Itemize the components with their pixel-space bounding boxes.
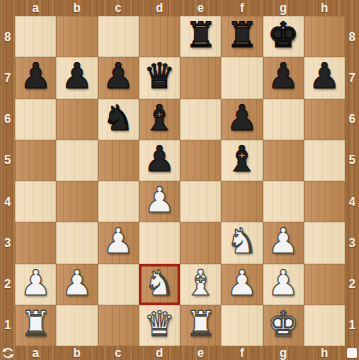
- file-labels-bottom: abcdefgh: [15, 346, 345, 360]
- square-a7[interactable]: ♟: [15, 57, 56, 98]
- square-b8[interactable]: [56, 16, 97, 57]
- square-d5[interactable]: ♟: [139, 140, 180, 181]
- file-label-bottom-c: c: [98, 346, 139, 360]
- white-pawn[interactable]: ♟: [221, 263, 262, 304]
- square-g8[interactable]: ♚: [263, 16, 304, 57]
- square-g5[interactable]: [263, 140, 304, 181]
- black-bishop[interactable]: ♝: [139, 98, 180, 139]
- square-c3[interactable]: ♟: [98, 222, 139, 263]
- rank-label-right-1: 1: [345, 305, 359, 346]
- square-d3[interactable]: [139, 222, 180, 263]
- square-b1[interactable]: [56, 305, 97, 346]
- white-pawn[interactable]: ♟: [263, 263, 304, 304]
- square-b7[interactable]: ♟: [56, 57, 97, 98]
- rank-label-right-3: 3: [345, 222, 359, 263]
- square-a8[interactable]: [15, 16, 56, 57]
- square-e7[interactable]: [180, 57, 221, 98]
- rank-labels-left: 87654321: [0, 16, 15, 346]
- square-a3[interactable]: [15, 222, 56, 263]
- white-pawn[interactable]: ♟: [56, 263, 97, 304]
- white-knight[interactable]: ♞: [139, 263, 180, 304]
- square-f4[interactable]: [221, 181, 262, 222]
- white-rook[interactable]: ♜: [180, 304, 221, 345]
- square-f7[interactable]: [221, 57, 262, 98]
- square-h3[interactable]: [304, 222, 345, 263]
- square-a4[interactable]: [15, 181, 56, 222]
- black-pawn[interactable]: ♟: [263, 56, 304, 97]
- file-label-top-a: a: [15, 1, 56, 15]
- square-g2[interactable]: ♟: [263, 264, 304, 305]
- file-label-bottom-b: b: [56, 346, 97, 360]
- file-label-bottom-d: d: [139, 346, 180, 360]
- file-label-bottom-g: g: [263, 346, 304, 360]
- black-pawn[interactable]: ♟: [56, 56, 97, 97]
- square-a1[interactable]: ♜: [15, 305, 56, 346]
- rank-labels-right: 87654321: [345, 16, 359, 346]
- square-f3[interactable]: ♞: [221, 222, 262, 263]
- square-d7[interactable]: ♛: [139, 57, 180, 98]
- square-e4[interactable]: [180, 181, 221, 222]
- square-c5[interactable]: [98, 140, 139, 181]
- square-d1[interactable]: ♛: [139, 305, 180, 346]
- file-label-top-h: h: [304, 1, 345, 15]
- square-f1[interactable]: [221, 305, 262, 346]
- white-king[interactable]: ♚: [263, 304, 304, 345]
- square-f5[interactable]: ♝: [221, 140, 262, 181]
- rank-label-left-7: 7: [0, 57, 15, 98]
- square-a2[interactable]: ♟: [15, 264, 56, 305]
- rank-label-right-6: 6: [345, 99, 359, 140]
- square-g4[interactable]: [263, 181, 304, 222]
- square-h8[interactable]: [304, 16, 345, 57]
- white-knight[interactable]: ♞: [221, 221, 262, 262]
- black-king[interactable]: ♚: [263, 15, 304, 56]
- square-e8[interactable]: ♜: [180, 16, 221, 57]
- square-g6[interactable]: [263, 99, 304, 140]
- white-rook[interactable]: ♜: [15, 304, 56, 345]
- square-h2[interactable]: [304, 264, 345, 305]
- rank-label-right-5: 5: [345, 140, 359, 181]
- black-pawn[interactable]: ♟: [304, 56, 345, 97]
- square-d8[interactable]: [139, 16, 180, 57]
- white-bishop[interactable]: ♝: [180, 263, 221, 304]
- square-c7[interactable]: ♟: [98, 57, 139, 98]
- rank-label-left-2: 2: [0, 264, 15, 305]
- rank-label-left-5: 5: [0, 140, 15, 181]
- square-f8[interactable]: ♜: [221, 16, 262, 57]
- square-d4[interactable]: ♟: [139, 181, 180, 222]
- square-g7[interactable]: ♟: [263, 57, 304, 98]
- square-e6[interactable]: [180, 99, 221, 140]
- square-c8[interactable]: [98, 16, 139, 57]
- rank-label-right-2: 2: [345, 264, 359, 305]
- file-label-top-b: b: [56, 1, 97, 15]
- square-e5[interactable]: [180, 140, 221, 181]
- square-e2[interactable]: ♝: [180, 264, 221, 305]
- white-square-icon[interactable]: [345, 346, 359, 360]
- file-label-bottom-a: a: [15, 346, 56, 360]
- file-labels-top: abcdefgh: [15, 0, 345, 16]
- square-h4[interactable]: [304, 181, 345, 222]
- square-d6[interactable]: ♝: [139, 99, 180, 140]
- rank-label-left-8: 8: [0, 16, 15, 57]
- square-a5[interactable]: [15, 140, 56, 181]
- chess-board: ♜♜♚♟♟♟♛♟♟♞♝♟♟♝♟♟♞♟♟♟♞♝♟♟♜♛♜♚: [15, 16, 345, 346]
- square-f6[interactable]: ♟: [221, 99, 262, 140]
- white-pawn[interactable]: ♟: [139, 180, 180, 221]
- square-b2[interactable]: ♟: [56, 264, 97, 305]
- black-knight[interactable]: ♞: [98, 98, 139, 139]
- square-h7[interactable]: ♟: [304, 57, 345, 98]
- rank-label-right-8: 8: [345, 16, 359, 57]
- rank-label-right-7: 7: [345, 57, 359, 98]
- rank-label-right-4: 4: [345, 181, 359, 222]
- square-h6[interactable]: [304, 99, 345, 140]
- rank-label-left-4: 4: [0, 181, 15, 222]
- black-pawn[interactable]: ♟: [139, 139, 180, 180]
- black-pawn[interactable]: ♟: [98, 56, 139, 97]
- square-g1[interactable]: ♚: [263, 305, 304, 346]
- square-d2[interactable]: ♞: [139, 264, 180, 305]
- black-queen[interactable]: ♛: [139, 56, 180, 97]
- black-bishop[interactable]: ♝: [221, 139, 262, 180]
- square-c2[interactable]: [98, 264, 139, 305]
- rank-label-left-1: 1: [0, 305, 15, 346]
- square-b3[interactable]: [56, 222, 97, 263]
- black-rook[interactable]: ♜: [180, 15, 221, 56]
- white-square-icon-shape: [347, 348, 357, 358]
- file-label-bottom-f: f: [221, 346, 262, 360]
- flip-board-icon[interactable]: [0, 346, 15, 360]
- square-c1[interactable]: [98, 305, 139, 346]
- file-label-bottom-h: h: [304, 346, 345, 360]
- square-a6[interactable]: [15, 99, 56, 140]
- file-label-bottom-e: e: [180, 346, 221, 360]
- file-label-top-g: g: [263, 1, 304, 15]
- square-b6[interactable]: [56, 99, 97, 140]
- white-pawn[interactable]: ♟: [15, 263, 56, 304]
- file-label-top-e: e: [180, 1, 221, 15]
- file-label-top-f: f: [221, 1, 262, 15]
- rank-label-left-6: 6: [0, 99, 15, 140]
- file-label-top-c: c: [98, 1, 139, 15]
- white-pawn[interactable]: ♟: [98, 221, 139, 262]
- chess-board-app: abcdefgh 87654321 ♜♜♚♟♟♟♛♟♟♞♝♟♟♝♟♟♞♟♟♟♞♝…: [0, 0, 359, 360]
- square-b5[interactable]: [56, 140, 97, 181]
- square-e3[interactable]: [180, 222, 221, 263]
- black-pawn[interactable]: ♟: [221, 98, 262, 139]
- square-g3[interactable]: ♟: [263, 222, 304, 263]
- white-queen[interactable]: ♛: [139, 304, 180, 345]
- black-rook[interactable]: ♜: [221, 15, 262, 56]
- white-pawn[interactable]: ♟: [263, 221, 304, 262]
- square-h1[interactable]: [304, 305, 345, 346]
- square-c4[interactable]: [98, 181, 139, 222]
- black-pawn[interactable]: ♟: [15, 56, 56, 97]
- square-f2[interactable]: ♟: [221, 264, 262, 305]
- square-h5[interactable]: [304, 140, 345, 181]
- square-e1[interactable]: ♜: [180, 305, 221, 346]
- file-label-top-d: d: [139, 1, 180, 15]
- square-c6[interactable]: ♞: [98, 99, 139, 140]
- rank-label-left-3: 3: [0, 222, 15, 263]
- square-b4[interactable]: [56, 181, 97, 222]
